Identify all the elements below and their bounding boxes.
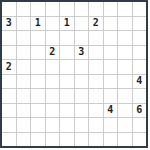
cell-r5c0[interactable] — [2, 75, 16, 89]
cell-r9c7[interactable] — [104, 133, 118, 147]
cell-r4c2[interactable] — [31, 60, 45, 74]
clue-cell-r3c3: 2 — [46, 46, 60, 60]
cell-r9c4[interactable] — [60, 133, 74, 147]
cell-r6c0[interactable] — [2, 89, 16, 103]
cell-r0c8[interactable] — [118, 2, 132, 16]
cell-r2c2[interactable] — [31, 31, 45, 45]
cell-r4c1[interactable] — [17, 60, 31, 74]
cell-r2c7[interactable] — [104, 31, 118, 45]
cell-r2c6[interactable] — [89, 31, 103, 45]
cell-r0c7[interactable] — [104, 2, 118, 16]
cell-r7c1[interactable] — [17, 104, 31, 118]
cell-r6c6[interactable] — [89, 89, 103, 103]
cell-r5c4[interactable] — [60, 75, 74, 89]
cell-r5c1[interactable] — [17, 75, 31, 89]
cell-r6c4[interactable] — [60, 89, 74, 103]
cell-r3c4[interactable] — [60, 46, 74, 60]
cell-r1c9[interactable] — [133, 17, 147, 31]
cell-r3c6[interactable] — [89, 46, 103, 60]
cell-r6c9[interactable] — [133, 89, 147, 103]
puzzle-page: 3112232446 — [0, 0, 150, 150]
cell-r2c9[interactable] — [133, 31, 147, 45]
cell-r4c3[interactable] — [46, 60, 60, 74]
cell-r1c8[interactable] — [118, 17, 132, 31]
clue-cell-r7c7: 4 — [104, 104, 118, 118]
cell-r4c9[interactable] — [133, 60, 147, 74]
cell-r6c8[interactable] — [118, 89, 132, 103]
cell-r5c6[interactable] — [89, 75, 103, 89]
cell-r5c8[interactable] — [118, 75, 132, 89]
cell-r4c8[interactable] — [118, 60, 132, 74]
cell-r3c0[interactable] — [2, 46, 16, 60]
cell-r7c0[interactable] — [2, 104, 16, 118]
clue-cell-r1c4: 1 — [60, 17, 74, 31]
cell-r8c6[interactable] — [89, 118, 103, 132]
cell-r8c5[interactable] — [75, 118, 89, 132]
cell-r9c9[interactable] — [133, 133, 147, 147]
cell-r8c2[interactable] — [31, 118, 45, 132]
cell-r0c5[interactable] — [75, 2, 89, 16]
cell-r9c6[interactable] — [89, 133, 103, 147]
clue-cell-r1c2: 1 — [31, 17, 45, 31]
cell-r0c6[interactable] — [89, 2, 103, 16]
cell-r1c3[interactable] — [46, 17, 60, 31]
cell-r2c4[interactable] — [60, 31, 74, 45]
cell-r2c3[interactable] — [46, 31, 60, 45]
cell-r0c9[interactable] — [133, 2, 147, 16]
clue-cell-r5c9: 4 — [133, 75, 147, 89]
cell-r7c8[interactable] — [118, 104, 132, 118]
cell-r9c0[interactable] — [2, 133, 16, 147]
cell-r9c5[interactable] — [75, 133, 89, 147]
cell-r2c5[interactable] — [75, 31, 89, 45]
cell-r8c1[interactable] — [17, 118, 31, 132]
cell-r8c3[interactable] — [46, 118, 60, 132]
cell-r6c1[interactable] — [17, 89, 31, 103]
clue-cell-r3c5: 3 — [75, 46, 89, 60]
cell-r3c8[interactable] — [118, 46, 132, 60]
cell-r7c3[interactable] — [46, 104, 60, 118]
cell-r5c7[interactable] — [104, 75, 118, 89]
cell-r7c5[interactable] — [75, 104, 89, 118]
cell-r7c4[interactable] — [60, 104, 74, 118]
cell-r1c7[interactable] — [104, 17, 118, 31]
cell-r8c4[interactable] — [60, 118, 74, 132]
puzzle-board: 3112232446 — [0, 0, 148, 148]
cell-r0c4[interactable] — [60, 2, 74, 16]
cell-r3c1[interactable] — [17, 46, 31, 60]
cell-r5c3[interactable] — [46, 75, 60, 89]
cell-r7c2[interactable] — [31, 104, 45, 118]
clue-cell-r1c0: 3 — [2, 17, 16, 31]
cell-r5c2[interactable] — [31, 75, 45, 89]
cell-r6c5[interactable] — [75, 89, 89, 103]
cell-r5c5[interactable] — [75, 75, 89, 89]
cell-r2c8[interactable] — [118, 31, 132, 45]
cell-r8c7[interactable] — [104, 118, 118, 132]
cell-r9c8[interactable] — [118, 133, 132, 147]
cell-r6c3[interactable] — [46, 89, 60, 103]
clue-cell-r1c6: 2 — [89, 17, 103, 31]
cell-r2c0[interactable] — [2, 31, 16, 45]
cell-r4c7[interactable] — [104, 60, 118, 74]
cell-r3c2[interactable] — [31, 46, 45, 60]
cell-r6c2[interactable] — [31, 89, 45, 103]
cell-r0c0[interactable] — [2, 2, 16, 16]
cell-r3c7[interactable] — [104, 46, 118, 60]
cell-r0c1[interactable] — [17, 2, 31, 16]
cell-r1c5[interactable] — [75, 17, 89, 31]
cell-r4c5[interactable] — [75, 60, 89, 74]
cell-r0c3[interactable] — [46, 2, 60, 16]
cell-r8c0[interactable] — [2, 118, 16, 132]
clue-cell-r4c0: 2 — [2, 60, 16, 74]
cell-r2c1[interactable] — [17, 31, 31, 45]
cell-r4c6[interactable] — [89, 60, 103, 74]
cell-r0c2[interactable] — [31, 2, 45, 16]
cell-r6c7[interactable] — [104, 89, 118, 103]
cell-r3c9[interactable] — [133, 46, 147, 60]
cell-r8c9[interactable] — [133, 118, 147, 132]
cell-r9c2[interactable] — [31, 133, 45, 147]
cell-r7c6[interactable] — [89, 104, 103, 118]
cell-r1c1[interactable] — [17, 17, 31, 31]
clue-cell-r7c9: 6 — [133, 104, 147, 118]
cell-r9c1[interactable] — [17, 133, 31, 147]
cell-r4c4[interactable] — [60, 60, 74, 74]
puzzle-grid: 3112232446 — [2, 2, 146, 146]
cell-r9c3[interactable] — [46, 133, 60, 147]
cell-r8c8[interactable] — [118, 118, 132, 132]
